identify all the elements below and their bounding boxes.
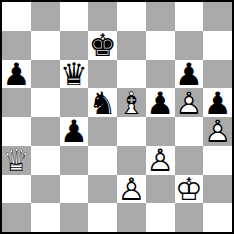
square-b8[interactable] [31,2,60,31]
square-f1[interactable] [146,203,175,232]
square-h3[interactable] [203,146,232,175]
square-b5[interactable] [31,88,60,117]
square-g5[interactable]: ♟♙ [175,88,204,117]
square-g4[interactable] [175,117,204,146]
black-king: ♚ [89,30,117,61]
square-b2[interactable] [31,175,60,204]
square-g8[interactable] [175,2,204,31]
square-g2[interactable]: ♚♔ [175,175,204,204]
square-a2[interactable] [2,175,31,204]
black-pawn: ♟ [175,58,203,89]
square-d8[interactable] [88,2,117,31]
square-h6[interactable] [203,60,232,89]
black-pawn: ♟ [60,116,88,147]
white-pawn: ♙ [146,145,174,176]
black-pawn: ♟ [2,58,30,89]
square-a4[interactable] [2,117,31,146]
square-h2[interactable] [203,175,232,204]
square-e7[interactable] [117,31,146,60]
square-c5[interactable] [60,88,89,117]
square-h7[interactable] [203,31,232,60]
square-h4[interactable]: ♟♙ [203,117,232,146]
square-e3[interactable] [117,146,146,175]
square-f4[interactable] [146,117,175,146]
white-bishop-fill: ♝ [117,87,145,118]
white-pawn-fill: ♟ [146,145,174,176]
chess-board: ♚♟♛♟♞♝♗♟♟♙♟♟♟♙♛♕♟♙♟♙♚♔ [2,2,232,232]
white-pawn-fill: ♟ [204,116,232,147]
square-h5[interactable]: ♟ [203,88,232,117]
square-c3[interactable] [60,146,89,175]
chess-diagram: ♚♟♛♟♞♝♗♟♟♙♟♟♟♙♛♕♟♙♟♙♚♔ [0,0,234,234]
square-e1[interactable] [117,203,146,232]
square-f5[interactable]: ♟ [146,88,175,117]
square-c6[interactable]: ♛ [60,60,89,89]
square-d4[interactable] [88,117,117,146]
square-c7[interactable] [60,31,89,60]
square-a1[interactable] [2,203,31,232]
black-pawn: ♟ [204,87,232,118]
square-d5[interactable]: ♞ [88,88,117,117]
white-pawn: ♙ [117,173,145,204]
white-pawn: ♙ [204,116,232,147]
square-b3[interactable] [31,146,60,175]
square-a6[interactable]: ♟ [2,60,31,89]
square-a3[interactable]: ♛♕ [2,146,31,175]
square-d2[interactable] [88,175,117,204]
square-f8[interactable] [146,2,175,31]
square-g1[interactable] [175,203,204,232]
square-b1[interactable] [31,203,60,232]
black-pawn: ♟ [146,87,174,118]
square-f2[interactable] [146,175,175,204]
white-pawn: ♙ [175,87,203,118]
black-queen: ♛ [60,58,88,89]
white-queen: ♕ [2,145,30,176]
square-f3[interactable]: ♟♙ [146,146,175,175]
square-f7[interactable] [146,31,175,60]
square-g7[interactable] [175,31,204,60]
square-b7[interactable] [31,31,60,60]
square-c2[interactable] [60,175,89,204]
square-h8[interactable] [203,2,232,31]
square-e5[interactable]: ♝♗ [117,88,146,117]
black-knight: ♞ [89,87,117,118]
square-b4[interactable] [31,117,60,146]
square-d7[interactable]: ♚ [88,31,117,60]
square-b6[interactable] [31,60,60,89]
white-queen-fill: ♛ [2,145,30,176]
square-d1[interactable] [88,203,117,232]
square-g3[interactable] [175,146,204,175]
square-c4[interactable]: ♟ [60,117,89,146]
white-bishop: ♗ [117,87,145,118]
white-pawn-fill: ♟ [117,173,145,204]
square-f6[interactable] [146,60,175,89]
square-d6[interactable] [88,60,117,89]
square-a7[interactable] [2,31,31,60]
white-king: ♔ [175,173,203,204]
square-g6[interactable]: ♟ [175,60,204,89]
square-e4[interactable] [117,117,146,146]
square-c8[interactable] [60,2,89,31]
square-e6[interactable] [117,60,146,89]
square-e2[interactable]: ♟♙ [117,175,146,204]
square-a8[interactable] [2,2,31,31]
square-e8[interactable] [117,2,146,31]
square-c1[interactable] [60,203,89,232]
white-pawn-fill: ♟ [175,87,203,118]
square-h1[interactable] [203,203,232,232]
square-a5[interactable] [2,88,31,117]
white-king-fill: ♚ [175,173,203,204]
square-d3[interactable] [88,146,117,175]
